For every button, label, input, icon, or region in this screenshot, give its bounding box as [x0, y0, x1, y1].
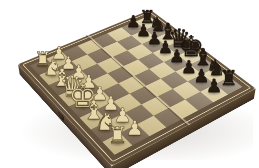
piece-white-rook-h1[interactable]: ♜ [107, 124, 127, 147]
piece-white-pawn-h2[interactable]: ♟ [126, 117, 144, 137]
scene: ♜♞♝♛♚♝♞♜♟♟♟♟♟♟♟♟♟♟♟♟♟♟♟♟♜♞♝♛♚♝♞♜ [0, 0, 259, 168]
piece-black-pawn-h7[interactable]: ♟ [206, 77, 223, 96]
